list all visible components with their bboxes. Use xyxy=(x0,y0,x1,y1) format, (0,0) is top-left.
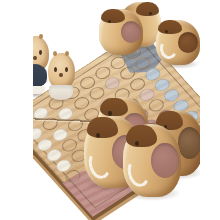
navy-bird-piece xyxy=(33,64,47,94)
product-photo xyxy=(0,0,220,220)
mammoth-piece xyxy=(99,9,143,55)
chick-piece xyxy=(46,50,76,100)
mammoth-piece xyxy=(123,124,181,197)
photo-content-area xyxy=(33,0,200,220)
mammoth-piece xyxy=(156,20,200,65)
